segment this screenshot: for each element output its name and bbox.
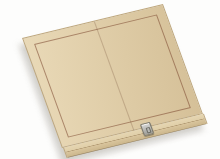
photo-stage: [0, 0, 220, 159]
